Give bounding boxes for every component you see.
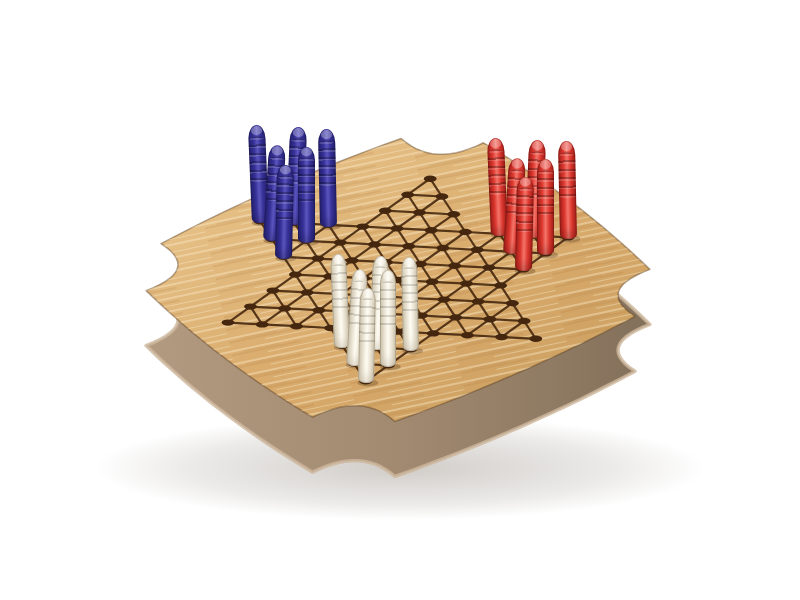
- hole-r7c7[interactable]: [506, 300, 519, 306]
- hole-r7c0[interactable]: [267, 287, 280, 293]
- hole-r4c6[interactable]: [471, 247, 484, 253]
- hole-r5c5[interactable]: [448, 263, 461, 269]
- hole-r8c2[interactable]: [313, 307, 326, 313]
- hole-r3c3[interactable]: [356, 223, 369, 229]
- peg-ribs: [248, 136, 267, 183]
- hole-r5c6[interactable]: [483, 264, 496, 270]
- hole-r2c0[interactable]: [379, 208, 392, 214]
- hole-r9c6[interactable]: [427, 330, 440, 336]
- peg-ribs: [318, 139, 336, 185]
- hole-r8c7[interactable]: [484, 316, 497, 322]
- hole-r7c5[interactable]: [438, 296, 451, 302]
- peg-ribs: [515, 188, 533, 233]
- peg-ribs: [558, 152, 576, 198]
- hole-r8c1[interactable]: [278, 305, 291, 311]
- hole-r8c0[interactable]: [244, 303, 257, 309]
- peg-white-6[interactable]: [358, 288, 376, 383]
- product-photo-scene: [0, 0, 800, 600]
- hole-r1c0[interactable]: [401, 192, 414, 198]
- hole-r9c0[interactable]: [222, 319, 235, 325]
- hole-r2c1[interactable]: [413, 209, 426, 215]
- peg-white-5[interactable]: [380, 270, 396, 367]
- hole-r6c4[interactable]: [426, 279, 439, 285]
- hole-r4c4[interactable]: [402, 243, 415, 249]
- peg-ribs: [331, 264, 349, 309]
- hole-r3c4[interactable]: [391, 225, 404, 231]
- hole-r4c3[interactable]: [368, 241, 381, 247]
- peg-blue-6[interactable]: [275, 165, 294, 259]
- hole-r3c6[interactable]: [459, 229, 472, 235]
- hole-r4c5[interactable]: [437, 245, 450, 251]
- peg-ribs: [298, 157, 315, 202]
- board: [0, 0, 800, 600]
- hole-r6c5[interactable]: [460, 280, 473, 286]
- hole-r9c1[interactable]: [256, 321, 269, 327]
- peg-ribs: [487, 148, 506, 195]
- hole-r8c6[interactable]: [449, 314, 462, 320]
- peg-ribs: [359, 299, 376, 344]
- peg-red-5[interactable]: [537, 159, 554, 255]
- hole-r1c1[interactable]: [436, 193, 449, 199]
- hole-r5c1[interactable]: [312, 255, 325, 261]
- hole-r9c7[interactable]: [461, 332, 474, 338]
- hole-r8c8[interactable]: [518, 318, 531, 324]
- peg-red-6[interactable]: [515, 177, 534, 271]
- peg-red-3[interactable]: [557, 141, 576, 239]
- peg-ribs: [276, 175, 294, 220]
- hole-r4c2[interactable]: [334, 239, 347, 245]
- hole-r6c0[interactable]: [289, 271, 302, 277]
- hole-r2c2[interactable]: [447, 211, 460, 217]
- hole-r7c1[interactable]: [301, 289, 314, 295]
- hole-r0c0[interactable]: [424, 176, 437, 182]
- hole-r3c5[interactable]: [425, 227, 438, 233]
- hole-r6c6[interactable]: [494, 282, 507, 288]
- hole-r9c8[interactable]: [495, 334, 508, 340]
- hole-r9c9[interactable]: [529, 336, 542, 342]
- peg-blue-5[interactable]: [298, 147, 315, 243]
- peg-ribs: [401, 267, 418, 311]
- peg-blue-3[interactable]: [318, 129, 337, 227]
- hole-r7c6[interactable]: [472, 298, 485, 304]
- peg-white-3[interactable]: [401, 257, 419, 351]
- peg-ribs: [380, 281, 396, 327]
- hole-r5c2[interactable]: [346, 257, 359, 263]
- hole-r9c2[interactable]: [290, 323, 303, 329]
- peg-ribs: [537, 170, 554, 215]
